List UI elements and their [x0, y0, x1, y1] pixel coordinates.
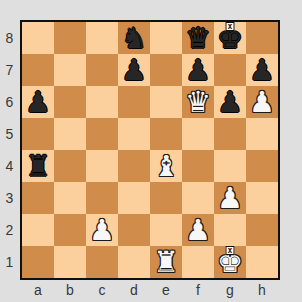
- square-c5[interactable]: [86, 118, 118, 150]
- white-pawn[interactable]: ♟: [246, 86, 278, 118]
- square-a2[interactable]: [22, 214, 54, 246]
- square-h1[interactable]: [246, 246, 278, 278]
- black-pawn[interactable]: ♟: [22, 86, 54, 118]
- square-e3[interactable]: [150, 182, 182, 214]
- square-b3[interactable]: [54, 182, 86, 214]
- square-e2[interactable]: [150, 214, 182, 246]
- black-pawn[interactable]: ♟: [118, 54, 150, 86]
- square-c2[interactable]: ♟: [86, 214, 118, 246]
- square-f8[interactable]: ♛: [182, 22, 214, 54]
- rank-label-7: 7: [0, 54, 19, 86]
- square-d4[interactable]: [118, 150, 150, 182]
- square-a8[interactable]: [22, 22, 54, 54]
- square-f6[interactable]: ♛: [182, 86, 214, 118]
- square-e8[interactable]: [150, 22, 182, 54]
- black-king[interactable]: ♚x: [214, 22, 246, 54]
- square-c8[interactable]: [86, 22, 118, 54]
- square-e7[interactable]: [150, 54, 182, 86]
- rank-label-4: 4: [0, 150, 19, 182]
- square-d6[interactable]: [118, 86, 150, 118]
- king-cross-marker: x: [226, 22, 235, 31]
- square-g2[interactable]: [214, 214, 246, 246]
- rank-label-1: 1: [0, 246, 19, 278]
- square-b7[interactable]: [54, 54, 86, 86]
- square-g4[interactable]: [214, 150, 246, 182]
- white-rook[interactable]: ♜: [150, 246, 182, 278]
- white-pawn[interactable]: ♟: [86, 214, 118, 246]
- file-label-d: d: [118, 281, 150, 301]
- rank-label-5: 5: [0, 118, 19, 150]
- square-d1[interactable]: [118, 246, 150, 278]
- rank-label-6: 6: [0, 86, 19, 118]
- square-a4[interactable]: ♜: [22, 150, 54, 182]
- square-d7[interactable]: ♟: [118, 54, 150, 86]
- file-label-e: e: [150, 281, 182, 301]
- square-b6[interactable]: [54, 86, 86, 118]
- white-bishop[interactable]: ♝: [150, 150, 182, 182]
- square-d8[interactable]: ♞: [118, 22, 150, 54]
- black-pawn[interactable]: ♟: [214, 86, 246, 118]
- square-f1[interactable]: [182, 246, 214, 278]
- square-c6[interactable]: [86, 86, 118, 118]
- square-b2[interactable]: [54, 214, 86, 246]
- square-h3[interactable]: [246, 182, 278, 214]
- square-c4[interactable]: [86, 150, 118, 182]
- square-b1[interactable]: [54, 246, 86, 278]
- rank-label-8: 8: [0, 22, 19, 54]
- square-g7[interactable]: [214, 54, 246, 86]
- rank-label-2: 2: [0, 214, 19, 246]
- square-h6[interactable]: ♟: [246, 86, 278, 118]
- square-b8[interactable]: [54, 22, 86, 54]
- square-a7[interactable]: [22, 54, 54, 86]
- square-g6[interactable]: ♟: [214, 86, 246, 118]
- white-king[interactable]: ♚x: [214, 246, 246, 278]
- black-queen[interactable]: ♛: [182, 22, 214, 54]
- square-h2[interactable]: [246, 214, 278, 246]
- file-label-f: f: [182, 281, 214, 301]
- chess-diagram: 87654321 ♞♛♚x♟♟♟♟♛♟♟♜♝♟♟♟♜♚x abcdefgh: [0, 0, 302, 302]
- square-g8[interactable]: ♚x: [214, 22, 246, 54]
- square-a1[interactable]: [22, 246, 54, 278]
- square-c7[interactable]: [86, 54, 118, 86]
- square-h8[interactable]: [246, 22, 278, 54]
- square-a3[interactable]: [22, 182, 54, 214]
- square-e6[interactable]: [150, 86, 182, 118]
- square-f5[interactable]: [182, 118, 214, 150]
- square-f2[interactable]: ♟: [182, 214, 214, 246]
- square-f7[interactable]: ♟: [182, 54, 214, 86]
- square-b4[interactable]: [54, 150, 86, 182]
- file-label-g: g: [214, 281, 246, 301]
- white-queen[interactable]: ♛: [182, 86, 214, 118]
- square-d3[interactable]: [118, 182, 150, 214]
- white-pawn[interactable]: ♟: [182, 214, 214, 246]
- chess-board: ♞♛♚x♟♟♟♟♛♟♟♜♝♟♟♟♜♚x: [20, 20, 280, 280]
- square-e4[interactable]: ♝: [150, 150, 182, 182]
- square-c3[interactable]: [86, 182, 118, 214]
- square-f4[interactable]: [182, 150, 214, 182]
- square-d5[interactable]: [118, 118, 150, 150]
- file-label-b: b: [54, 281, 86, 301]
- square-c1[interactable]: [86, 246, 118, 278]
- square-e5[interactable]: [150, 118, 182, 150]
- square-e1[interactable]: ♜: [150, 246, 182, 278]
- file-label-c: c: [86, 281, 118, 301]
- white-pawn[interactable]: ♟: [214, 182, 246, 214]
- square-b5[interactable]: [54, 118, 86, 150]
- rank-label-3: 3: [0, 182, 19, 214]
- square-d2[interactable]: [118, 214, 150, 246]
- black-rook[interactable]: ♜: [22, 150, 54, 182]
- square-h5[interactable]: [246, 118, 278, 150]
- square-h7[interactable]: ♟: [246, 54, 278, 86]
- square-g3[interactable]: ♟: [214, 182, 246, 214]
- black-pawn[interactable]: ♟: [182, 54, 214, 86]
- black-pawn[interactable]: ♟: [246, 54, 278, 86]
- file-label-h: h: [246, 281, 278, 301]
- square-h4[interactable]: [246, 150, 278, 182]
- black-knight[interactable]: ♞: [118, 22, 150, 54]
- square-f3[interactable]: [182, 182, 214, 214]
- square-a6[interactable]: ♟: [22, 86, 54, 118]
- square-a5[interactable]: [22, 118, 54, 150]
- file-label-a: a: [22, 281, 54, 301]
- king-cross-marker: x: [226, 246, 235, 255]
- square-g1[interactable]: ♚x: [214, 246, 246, 278]
- square-g5[interactable]: [214, 118, 246, 150]
